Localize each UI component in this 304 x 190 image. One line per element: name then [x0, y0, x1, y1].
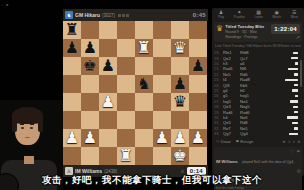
black-move[interactable]: Qg4 [240, 131, 257, 136]
square-f7[interactable] [153, 39, 171, 57]
top-player-clock: 0:45 [193, 12, 206, 18]
queen-icon: ♛ [216, 24, 223, 34]
square-h1[interactable] [189, 147, 207, 165]
white-pawn: ♟ [101, 93, 115, 111]
white-king: ♚ [173, 147, 187, 165]
square-a5[interactable] [63, 75, 81, 93]
move-time-bar [294, 111, 298, 113]
resign-button[interactable]: ⚑ Resign [235, 139, 253, 144]
move-time-bar [293, 52, 298, 54]
game-description: Late Titled Tuesday: GM Hikaru faces IM … [215, 44, 301, 48]
white-pawn: ♟ [191, 129, 205, 147]
move-number: 33. [214, 131, 223, 136]
chess-panel: ♞ GM Hikaru (3027) 0:45 ♜♟♟♜♛♚♟♟♞♟♟♛♟♟♟♟… [63, 9, 208, 177]
event-timer: 1:22:04 [271, 24, 300, 34]
square-a3[interactable] [63, 111, 81, 129]
square-e2[interactable] [135, 129, 153, 147]
square-a7[interactable]: ♟ [63, 39, 81, 57]
square-e8[interactable] [135, 21, 153, 39]
black-king: ♚ [83, 57, 97, 75]
nav-item-learn[interactable]: ▦Learn [255, 10, 263, 19]
black-pawn: ♟ [173, 75, 187, 93]
square-d8[interactable] [117, 21, 135, 39]
square-a2[interactable]: ♟ [63, 129, 81, 147]
square-b3[interactable] [81, 111, 99, 129]
square-h7[interactable] [189, 39, 207, 57]
square-e5[interactable]: ♞ [135, 75, 153, 93]
square-b6[interactable]: ♚ [81, 57, 99, 75]
event-line2: Round 9 · 3|1 · Blitz [225, 30, 269, 34]
move-time-bar [287, 116, 298, 118]
nav-label: More [291, 16, 298, 19]
white-move[interactable]: Qg7 [223, 131, 240, 136]
move-time-bar [295, 62, 298, 64]
nav-label: Puzzles [234, 16, 245, 19]
square-f5[interactable] [153, 75, 171, 93]
square-c3[interactable] [99, 111, 117, 129]
chat-username[interactable]: IM Williams [216, 159, 238, 164]
square-g1[interactable]: ♚ [171, 147, 189, 165]
black-rook: ♜ [65, 21, 79, 39]
square-c2[interactable] [99, 129, 117, 147]
move-time-bar [294, 73, 298, 75]
black-pawn: ♟ [191, 57, 205, 75]
stream-badge: ◦ ▸ [2, 2, 10, 7]
square-f4[interactable] [153, 93, 171, 111]
top-player-rating: (3027) [102, 13, 115, 18]
share-icon[interactable]: ↗ [296, 35, 300, 40]
white-pawn: ♟ [65, 129, 79, 147]
prev-move-button[interactable]: ‹ [288, 139, 290, 144]
square-e4[interactable] [135, 93, 153, 111]
white-pawn: ♟ [173, 129, 187, 147]
square-g8[interactable] [171, 21, 189, 39]
first-move-button[interactable]: « [283, 139, 286, 144]
square-f3[interactable] [153, 111, 171, 129]
square-e1[interactable] [135, 147, 153, 165]
square-g2[interactable]: ♟ [171, 129, 189, 147]
move-time-bar [290, 100, 298, 102]
black-pawn: ♟ [83, 39, 97, 57]
square-a1[interactable] [63, 147, 81, 165]
black-pawn: ♟ [101, 57, 115, 75]
nav-label: Watch [272, 16, 281, 19]
move-time-bar [294, 84, 298, 86]
move-list-scrollbar[interactable] [300, 60, 302, 87]
square-h8[interactable] [189, 21, 207, 39]
white-rook: ♜ [137, 39, 151, 57]
square-g6[interactable] [171, 57, 189, 75]
sidebar: ♟Play✦Puzzles▦Learn◉Watch☰More ♛ Titled … [212, 8, 304, 176]
game-info-card[interactable]: ♛ Titled Tuesday Blitz Round 9 · 3|1 · B… [214, 22, 302, 42]
bottom-player-rating: (2438) [104, 169, 117, 174]
chess-board: ♜♟♟♜♛♚♟♟♞♟♟♛♟♟♟♟♟♜♚ [63, 21, 207, 165]
square-h2[interactable]: ♟ [189, 129, 207, 147]
square-h4[interactable] [189, 93, 207, 111]
nav-label: Play [218, 16, 224, 19]
square-c4[interactable]: ♟ [99, 93, 117, 111]
square-d2[interactable] [117, 129, 135, 147]
square-h5[interactable] [189, 75, 207, 93]
move-time-bar [285, 79, 298, 81]
move-time-bar [295, 95, 298, 97]
square-e3[interactable] [135, 111, 153, 129]
like-icon[interactable]: ♡ [291, 149, 295, 154]
square-b8[interactable] [81, 21, 99, 39]
square-e6[interactable] [135, 57, 153, 75]
sidebar-nav: ♟Play✦Puzzles▦Learn◉Watch☰More [212, 8, 304, 20]
nav-item-play[interactable]: ♟Play [218, 10, 224, 19]
top-player-badge-icons [118, 14, 129, 17]
square-e7[interactable]: ♜ [135, 39, 153, 57]
top-player-name: GM Hikaru [75, 12, 100, 18]
square-a8[interactable]: ♜ [63, 21, 81, 39]
move-time-bar [289, 133, 298, 135]
draw-button[interactable]: ½ Draw [216, 139, 230, 144]
square-h6[interactable]: ♟ [189, 57, 207, 75]
move-time-bar [293, 106, 298, 108]
square-a4[interactable] [63, 93, 81, 111]
white-queen: ♛ [173, 39, 187, 57]
square-d4[interactable] [117, 93, 135, 111]
nav-item-more[interactable]: ☰More [291, 10, 298, 19]
square-f8[interactable] [153, 21, 171, 39]
nav-item-puzzles[interactable]: ✦Puzzles [234, 10, 245, 19]
move-list: 18.Rfe1Rfd819.Qe2Qc720.h3a621.Rad1Nf622.… [214, 50, 302, 137]
move-nav-buttons: «‹›» [283, 139, 300, 144]
square-g7[interactable]: ♛ [171, 39, 189, 57]
square-b4[interactable] [81, 93, 99, 111]
nav-label: Learn [255, 16, 263, 19]
square-f2[interactable]: ♟ [153, 129, 171, 147]
square-b7[interactable]: ♟ [81, 39, 99, 57]
event-title: Titled Tuesday Blitz [225, 24, 269, 29]
move-time-bar [291, 57, 298, 59]
white-rook: ♜ [119, 147, 133, 165]
nav-item-watch[interactable]: ◉Watch [272, 10, 281, 19]
last-move-button[interactable]: » [297, 139, 300, 144]
square-d5[interactable] [117, 75, 135, 93]
black-queen: ♛ [173, 93, 187, 111]
square-d6[interactable] [117, 57, 135, 75]
square-h3[interactable] [189, 111, 207, 129]
white-pawn: ♟ [155, 129, 169, 147]
next-move-button[interactable]: › [293, 139, 295, 144]
square-c5[interactable] [99, 75, 117, 93]
black-pawn: ♟ [65, 39, 79, 57]
move-row[interactable]: 33.Qg7Qg4 [214, 131, 302, 136]
square-g5[interactable]: ♟ [171, 75, 189, 93]
square-f6[interactable] [153, 57, 171, 75]
move-time-bar [292, 122, 298, 124]
square-a6[interactable] [63, 57, 81, 75]
game-controls: ½ Draw ⚑ Resign «‹›» [212, 137, 304, 146]
square-b1[interactable] [81, 147, 99, 165]
square-c6[interactable]: ♟ [99, 57, 117, 75]
square-b2[interactable]: ♟ [81, 129, 99, 147]
square-g3[interactable] [171, 111, 189, 129]
black-knight: ♞ [137, 75, 151, 93]
white-pawn: ♟ [83, 129, 97, 147]
top-player-avatar[interactable]: ♞ [65, 11, 73, 19]
square-d1[interactable]: ♜ [117, 147, 135, 165]
event-line3: Standings · Pairings [225, 35, 269, 39]
subtitle-text: 攻击，好吧，我不能拿下骑士，但我可以拿下这个 [0, 174, 304, 187]
top-player-bar: ♞ GM Hikaru (3027) 0:45 [63, 9, 208, 21]
square-d3[interactable] [117, 111, 135, 129]
flag-icon[interactable]: ⚑ [296, 149, 300, 154]
square-c1[interactable] [99, 147, 117, 165]
square-c7[interactable] [99, 39, 117, 57]
move-time-bar [294, 127, 298, 129]
move-time-bar [288, 68, 298, 70]
square-c8[interactable] [99, 21, 117, 39]
move-time-bar [292, 89, 298, 91]
square-d7[interactable] [117, 39, 135, 57]
square-b5[interactable] [81, 75, 99, 93]
square-f1[interactable] [153, 147, 171, 165]
square-g4[interactable]: ♛ [171, 93, 189, 111]
